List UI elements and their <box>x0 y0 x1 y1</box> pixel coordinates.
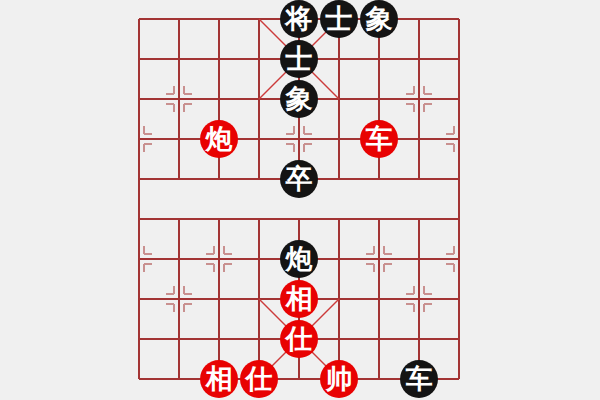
board-point-c4r3[interactable] <box>279 119 319 159</box>
board-point-c4r7[interactable]: 相 <box>279 279 319 319</box>
board-point-c0r0[interactable] <box>119 0 159 39</box>
board-point-c1r1[interactable] <box>159 39 199 79</box>
board-point-c2r7[interactable] <box>199 279 239 319</box>
board-point-c2r8[interactable] <box>199 319 239 359</box>
xiangqi-app-screen: 将士象士象炮车卒炮相仕相仕帅车 <box>0 0 600 400</box>
board-point-c2r6[interactable] <box>199 239 239 279</box>
board-point-c2r4[interactable] <box>199 159 239 199</box>
board-point-c3r8[interactable] <box>239 319 279 359</box>
board-point-c4r1[interactable]: 士 <box>279 39 319 79</box>
board-point-c2r5[interactable] <box>199 199 239 239</box>
board-point-c3r0[interactable] <box>239 0 279 39</box>
board-point-c3r5[interactable] <box>239 199 279 239</box>
board-point-c8r0[interactable] <box>439 0 479 39</box>
piece-red-elephant[interactable]: 相 <box>200 360 238 398</box>
piece-red-advisor[interactable]: 仕 <box>280 320 318 358</box>
board-point-c6r2[interactable] <box>359 79 399 119</box>
board-point-c0r7[interactable] <box>119 279 159 319</box>
board-point-c5r8[interactable] <box>319 319 359 359</box>
board-point-c3r4[interactable] <box>239 159 279 199</box>
board-point-c1r6[interactable] <box>159 239 199 279</box>
piece-black-cannon[interactable]: 炮 <box>280 240 318 278</box>
board-point-c0r3[interactable] <box>119 119 159 159</box>
board-point-c6r6[interactable] <box>359 239 399 279</box>
board-point-c0r4[interactable] <box>119 159 159 199</box>
piece-red-advisor[interactable]: 仕 <box>240 360 278 398</box>
board-point-c4r9[interactable] <box>279 359 319 399</box>
board-point-c5r9[interactable]: 帅 <box>319 359 359 399</box>
board-point-c2r3[interactable]: 炮 <box>199 119 239 159</box>
board-point-c8r7[interactable] <box>439 279 479 319</box>
board-point-c1r3[interactable] <box>159 119 199 159</box>
board-point-c1r8[interactable] <box>159 319 199 359</box>
board-point-c8r4[interactable] <box>439 159 479 199</box>
piece-black-general[interactable]: 将 <box>280 0 318 38</box>
board-point-c3r6[interactable] <box>239 239 279 279</box>
board-point-c6r8[interactable] <box>359 319 399 359</box>
piece-red-elephant[interactable]: 相 <box>280 280 318 318</box>
board-point-c7r8[interactable] <box>399 319 439 359</box>
board-point-c8r8[interactable] <box>439 319 479 359</box>
board-point-c2r2[interactable] <box>199 79 239 119</box>
piece-black-elephant[interactable]: 象 <box>280 80 318 118</box>
board-point-c6r4[interactable] <box>359 159 399 199</box>
board-point-c5r4[interactable] <box>319 159 359 199</box>
piece-red-king[interactable]: 帅 <box>320 360 358 398</box>
board-point-c8r5[interactable] <box>439 199 479 239</box>
board-point-c0r5[interactable] <box>119 199 159 239</box>
piece-red-chariot[interactable]: 车 <box>360 120 398 158</box>
board-point-c3r9[interactable]: 仕 <box>239 359 279 399</box>
board-point-c7r6[interactable] <box>399 239 439 279</box>
board-point-c6r9[interactable] <box>359 359 399 399</box>
board-point-c1r2[interactable] <box>159 79 199 119</box>
board-point-c5r0[interactable]: 士 <box>319 0 359 39</box>
board-point-c4r6[interactable]: 炮 <box>279 239 319 279</box>
board-point-c3r1[interactable] <box>239 39 279 79</box>
board-point-c2r0[interactable] <box>199 0 239 39</box>
board-point-c6r7[interactable] <box>359 279 399 319</box>
board-point-c0r6[interactable] <box>119 239 159 279</box>
board-point-c4r0[interactable]: 将 <box>279 0 319 39</box>
board-point-c7r7[interactable] <box>399 279 439 319</box>
piece-black-chariot[interactable]: 车 <box>400 360 438 398</box>
board-point-c7r4[interactable] <box>399 159 439 199</box>
board-point-c2r1[interactable] <box>199 39 239 79</box>
piece-black-soldier[interactable]: 卒 <box>280 160 318 198</box>
board-point-c3r7[interactable] <box>239 279 279 319</box>
board-point-c0r2[interactable] <box>119 79 159 119</box>
board-point-c8r2[interactable] <box>439 79 479 119</box>
piece-red-cannon[interactable]: 炮 <box>200 120 238 158</box>
board-point-c7r0[interactable] <box>399 0 439 39</box>
board-point-c4r8[interactable]: 仕 <box>279 319 319 359</box>
board-point-c7r2[interactable] <box>399 79 439 119</box>
piece-black-advisor[interactable]: 士 <box>280 40 318 78</box>
board-point-c5r1[interactable] <box>319 39 359 79</box>
board-point-c5r7[interactable] <box>319 279 359 319</box>
board-point-c5r5[interactable] <box>319 199 359 239</box>
board-point-c7r9[interactable]: 车 <box>399 359 439 399</box>
board-point-c8r6[interactable] <box>439 239 479 279</box>
board-point-c0r1[interactable] <box>119 39 159 79</box>
board-point-c0r8[interactable] <box>119 319 159 359</box>
board-point-c3r3[interactable] <box>239 119 279 159</box>
board-point-c1r7[interactable] <box>159 279 199 319</box>
board-point-c8r1[interactable] <box>439 39 479 79</box>
board-point-c4r4[interactable]: 卒 <box>279 159 319 199</box>
board-point-c2r9[interactable]: 相 <box>199 359 239 399</box>
board-point-c6r1[interactable] <box>359 39 399 79</box>
board-point-c7r1[interactable] <box>399 39 439 79</box>
board-point-c8r9[interactable] <box>439 359 479 399</box>
board-point-c1r0[interactable] <box>159 0 199 39</box>
board-point-c1r4[interactable] <box>159 159 199 199</box>
board-point-c6r3[interactable]: 车 <box>359 119 399 159</box>
board-point-c5r3[interactable] <box>319 119 359 159</box>
piece-black-advisor[interactable]: 士 <box>320 0 358 38</box>
board-point-c1r9[interactable] <box>159 359 199 399</box>
xiangqi-board[interactable]: 将士象士象炮车卒炮相仕相仕帅车 <box>119 0 479 399</box>
board-point-c7r3[interactable] <box>399 119 439 159</box>
board-point-c5r2[interactable] <box>319 79 359 119</box>
board-point-c1r5[interactable] <box>159 199 199 239</box>
board-point-c0r9[interactable] <box>119 359 159 399</box>
board-point-c7r5[interactable] <box>399 199 439 239</box>
board-point-c4r2[interactable]: 象 <box>279 79 319 119</box>
piece-black-elephant[interactable]: 象 <box>360 0 398 38</box>
board-point-c6r0[interactable]: 象 <box>359 0 399 39</box>
board-point-c3r2[interactable] <box>239 79 279 119</box>
board-point-c5r6[interactable] <box>319 239 359 279</box>
board-point-c4r5[interactable] <box>279 199 319 239</box>
board-point-c8r3[interactable] <box>439 119 479 159</box>
board-point-c6r5[interactable] <box>359 199 399 239</box>
